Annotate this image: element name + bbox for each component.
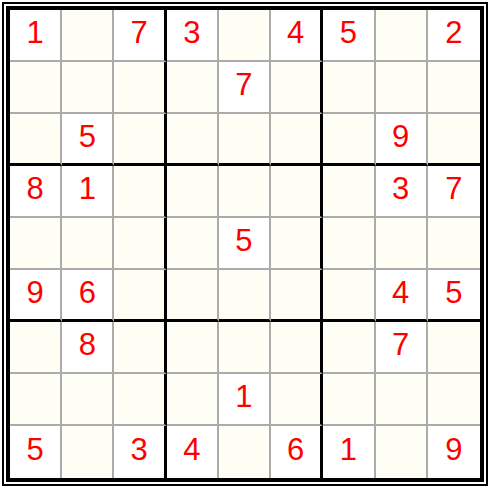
cell-r2c2[interactable] <box>62 62 114 114</box>
cell-r7c6[interactable] <box>271 322 323 374</box>
cell-r4c3[interactable] <box>114 166 166 218</box>
cell-r8c1[interactable] <box>10 374 62 426</box>
cell-r4c9[interactable]: 7 <box>428 166 480 218</box>
cell-r1c8[interactable] <box>376 10 428 62</box>
cell-r8c4[interactable] <box>167 374 219 426</box>
cell-r1c2[interactable] <box>62 10 114 62</box>
cell-r7c7[interactable] <box>323 322 375 374</box>
cell-r7c9[interactable] <box>428 322 480 374</box>
cell-r6c9[interactable]: 5 <box>428 270 480 322</box>
cell-r9c2[interactable] <box>62 426 114 478</box>
cell-r7c4[interactable] <box>167 322 219 374</box>
cell-r5c9[interactable] <box>428 218 480 270</box>
cell-r2c4[interactable] <box>167 62 219 114</box>
cell-r1c6[interactable]: 4 <box>271 10 323 62</box>
cell-r8c6[interactable] <box>271 374 323 426</box>
cell-r7c8[interactable]: 7 <box>376 322 428 374</box>
cell-r8c2[interactable] <box>62 374 114 426</box>
cell-r7c1[interactable] <box>10 322 62 374</box>
cell-r4c1[interactable]: 8 <box>10 166 62 218</box>
cell-r9c3[interactable]: 3 <box>114 426 166 478</box>
cell-r1c9[interactable]: 2 <box>428 10 480 62</box>
cell-r2c9[interactable] <box>428 62 480 114</box>
cell-r8c8[interactable] <box>376 374 428 426</box>
cell-r1c4[interactable]: 3 <box>167 10 219 62</box>
cell-r9c6[interactable]: 6 <box>271 426 323 478</box>
cell-r6c1[interactable]: 9 <box>10 270 62 322</box>
cell-r1c5[interactable] <box>219 10 271 62</box>
cell-r5c5[interactable]: 5 <box>219 218 271 270</box>
cell-r2c1[interactable] <box>10 62 62 114</box>
cell-r1c1[interactable]: 1 <box>10 10 62 62</box>
cell-r6c3[interactable] <box>114 270 166 322</box>
cell-r5c1[interactable] <box>10 218 62 270</box>
cell-r2c7[interactable] <box>323 62 375 114</box>
cell-r6c7[interactable] <box>323 270 375 322</box>
cell-r3c9[interactable] <box>428 114 480 166</box>
cell-r2c5[interactable]: 7 <box>219 62 271 114</box>
cell-r6c8[interactable]: 4 <box>376 270 428 322</box>
cell-r4c5[interactable] <box>219 166 271 218</box>
cell-r4c4[interactable] <box>167 166 219 218</box>
cell-r9c7[interactable]: 1 <box>323 426 375 478</box>
cell-r3c6[interactable] <box>271 114 323 166</box>
cell-r7c3[interactable] <box>114 322 166 374</box>
cell-r4c2[interactable]: 1 <box>62 166 114 218</box>
cell-r4c7[interactable] <box>323 166 375 218</box>
cell-r8c5[interactable]: 1 <box>219 374 271 426</box>
cell-r6c2[interactable]: 6 <box>62 270 114 322</box>
cell-r2c3[interactable] <box>114 62 166 114</box>
board-frame: 173452759813759645871534619 <box>2 2 488 486</box>
cell-r4c6[interactable] <box>271 166 323 218</box>
cell-r9c4[interactable]: 4 <box>167 426 219 478</box>
cell-r2c8[interactable] <box>376 62 428 114</box>
cell-r9c8[interactable] <box>376 426 428 478</box>
cell-r5c8[interactable] <box>376 218 428 270</box>
cell-r3c8[interactable]: 9 <box>376 114 428 166</box>
cell-r5c2[interactable] <box>62 218 114 270</box>
cell-r5c4[interactable] <box>167 218 219 270</box>
cell-r9c1[interactable]: 5 <box>10 426 62 478</box>
cell-r7c2[interactable]: 8 <box>62 322 114 374</box>
cell-r3c7[interactable] <box>323 114 375 166</box>
cell-r5c3[interactable] <box>114 218 166 270</box>
cell-r6c4[interactable] <box>167 270 219 322</box>
cell-r3c4[interactable] <box>167 114 219 166</box>
cell-r8c3[interactable] <box>114 374 166 426</box>
cell-r5c7[interactable] <box>323 218 375 270</box>
cell-r3c1[interactable] <box>10 114 62 166</box>
cell-r9c9[interactable]: 9 <box>428 426 480 478</box>
cell-r2c6[interactable] <box>271 62 323 114</box>
cell-r6c6[interactable] <box>271 270 323 322</box>
cell-r3c3[interactable] <box>114 114 166 166</box>
cell-r7c5[interactable] <box>219 322 271 374</box>
cell-r5c6[interactable] <box>271 218 323 270</box>
cell-r9c5[interactable] <box>219 426 271 478</box>
cell-r3c5[interactable] <box>219 114 271 166</box>
cell-r4c8[interactable]: 3 <box>376 166 428 218</box>
sudoku-board: 173452759813759645871534619 <box>6 6 484 482</box>
cell-r8c7[interactable] <box>323 374 375 426</box>
cell-r8c9[interactable] <box>428 374 480 426</box>
cell-r1c7[interactable]: 5 <box>323 10 375 62</box>
cell-r6c5[interactable] <box>219 270 271 322</box>
cell-r1c3[interactable]: 7 <box>114 10 166 62</box>
cell-r3c2[interactable]: 5 <box>62 114 114 166</box>
